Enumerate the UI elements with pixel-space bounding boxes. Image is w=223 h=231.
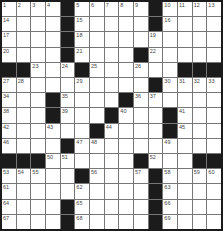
black-cell-r8c4 <box>46 108 60 122</box>
grid-cell-r15c10[interactable] <box>134 215 148 229</box>
grid-cell-r12c3[interactable]: 55 <box>31 169 45 183</box>
grid-cell-r11c13[interactable] <box>178 154 192 168</box>
grid-cell-r11c9[interactable] <box>119 154 133 168</box>
grid-cell-r13c9[interactable] <box>119 184 133 198</box>
grid-cell-r4c4[interactable] <box>46 48 60 62</box>
clue-number-25: 25 <box>91 63 97 69</box>
grid-cell-r10c2[interactable] <box>17 139 31 153</box>
grid-cell-r1c13[interactable]: 11 <box>178 2 192 16</box>
clue-number-58: 58 <box>164 169 170 175</box>
clue-number-7: 7 <box>106 2 109 8</box>
grid-cell-r4c11[interactable]: 22 <box>149 48 163 62</box>
grid-cell-r8c15[interactable] <box>207 108 221 122</box>
clue-number-11: 11 <box>179 2 185 8</box>
grid-cell-r9c2[interactable] <box>17 124 31 138</box>
grid-cell-r4c6[interactable]: 21 <box>75 48 89 62</box>
clue-number-66: 66 <box>164 200 170 206</box>
grid-cell-r1c12[interactable]: 10 <box>163 2 177 16</box>
clue-number-59: 59 <box>194 169 200 175</box>
grid-cell-r7c10[interactable]: 36 <box>134 93 148 107</box>
clue-number-56: 56 <box>91 169 97 175</box>
grid-cell-r3c11[interactable]: 19 <box>149 32 163 46</box>
grid-cell-r14c12[interactable]: 66 <box>163 200 177 214</box>
grid-cell-r12c4[interactable] <box>46 169 60 183</box>
grid-cell-r12c14[interactable]: 59 <box>193 169 207 183</box>
grid-cell-r4c2[interactable] <box>17 48 31 62</box>
grid-cell-r12c15[interactable]: 60 <box>207 169 221 183</box>
black-cell-r4c5 <box>61 48 75 62</box>
grid-cell-r8c13[interactable]: 41 <box>178 108 192 122</box>
clue-number-39: 39 <box>62 108 68 114</box>
grid-cell-r13c8[interactable] <box>105 184 119 198</box>
clue-number-37: 37 <box>150 93 156 99</box>
clue-number-9: 9 <box>135 2 138 8</box>
grid-cell-r7c12[interactable] <box>163 93 177 107</box>
grid-cell-r6c9[interactable] <box>119 78 133 92</box>
grid-cell-r13c5[interactable] <box>61 184 75 198</box>
grid-cell-r12c13[interactable] <box>178 169 192 183</box>
grid-cell-r8c11[interactable] <box>149 108 163 122</box>
grid-cell-r13c2[interactable] <box>17 184 31 198</box>
black-cell-r14c5 <box>61 200 75 214</box>
clue-number-53: 53 <box>3 169 9 175</box>
grid-cell-r14c13[interactable] <box>178 200 192 214</box>
grid-cell-r12c10[interactable]: 57 <box>134 169 148 183</box>
grid-cell-r2c13[interactable] <box>178 17 192 31</box>
grid-cell-r3c7[interactable] <box>90 32 104 46</box>
grid-cell-r8c1[interactable]: 38 <box>2 108 16 122</box>
grid-cell-r3c3[interactable] <box>31 32 45 46</box>
grid-cell-r2c8[interactable] <box>105 17 119 31</box>
grid-cell-r3c6[interactable]: 18 <box>75 32 89 46</box>
grid-cell-r1c14[interactable]: 12 <box>193 2 207 16</box>
clue-number-61: 61 <box>3 184 9 190</box>
black-cell-r11c1 <box>2 154 16 168</box>
clue-number-21: 21 <box>76 48 82 54</box>
grid-cell-r2c4[interactable] <box>46 17 60 31</box>
grid-cell-r15c3[interactable] <box>31 215 45 229</box>
black-cell-r1c5 <box>61 2 75 16</box>
grid-cell-r8c14[interactable] <box>193 108 207 122</box>
grid-cell-r15c4[interactable] <box>46 215 60 229</box>
clue-number-26: 26 <box>135 63 141 69</box>
grid-cell-r10c14[interactable] <box>193 139 207 153</box>
grid-cell-r6c10[interactable] <box>134 78 148 92</box>
grid-cell-r7c3[interactable] <box>31 93 45 107</box>
clue-number-1: 1 <box>3 2 6 8</box>
black-cell-r10c5 <box>61 139 75 153</box>
grid-cell-r6c13[interactable]: 31 <box>178 78 192 92</box>
crossword-grid: 1234567891011121314151617181920212223242… <box>0 0 223 231</box>
clue-number-47: 47 <box>76 139 82 145</box>
clue-number-15: 15 <box>76 17 82 23</box>
grid-cell-r3c15[interactable] <box>207 32 221 46</box>
grid-cell-r14c2[interactable] <box>17 200 31 214</box>
grid-cell-r12c8[interactable] <box>105 169 119 183</box>
grid-cell-r1c6[interactable]: 5 <box>75 2 89 16</box>
grid-cell-r3c9[interactable] <box>119 32 133 46</box>
clue-number-29: 29 <box>76 78 82 84</box>
grid-cell-r7c13[interactable] <box>178 93 192 107</box>
clue-number-52: 52 <box>150 154 156 160</box>
black-cell-r15c5 <box>61 215 75 229</box>
clue-number-55: 55 <box>32 169 38 175</box>
clue-number-12: 12 <box>194 2 200 8</box>
black-cell-r12c11 <box>149 169 163 183</box>
grid-cell-r4c9[interactable] <box>119 48 133 62</box>
grid-cell-r5c3[interactable]: 23 <box>31 63 45 77</box>
grid-cell-r9c4[interactable]: 43 <box>46 124 60 138</box>
grid-cell-r5c8[interactable] <box>105 63 119 77</box>
grid-cell-r11c11[interactable]: 52 <box>149 154 163 168</box>
grid-cell-r10c10[interactable] <box>134 139 148 153</box>
grid-cell-r7c8[interactable] <box>105 93 119 107</box>
grid-cell-r9c9[interactable] <box>119 124 133 138</box>
clue-number-63: 63 <box>164 184 170 190</box>
black-cell-r3c5 <box>61 32 75 46</box>
black-cell-r11c10 <box>134 154 148 168</box>
black-cell-r9c7 <box>90 124 104 138</box>
clue-number-13: 13 <box>208 2 214 8</box>
grid-cell-r1c7[interactable]: 6 <box>90 2 104 16</box>
grid-cell-r10c15[interactable] <box>207 139 221 153</box>
clue-number-31: 31 <box>179 78 185 84</box>
clue-number-19: 19 <box>150 32 156 38</box>
grid-cell-r1c1[interactable]: 1 <box>2 2 16 16</box>
grid-cell-r15c14[interactable] <box>193 215 207 229</box>
grid-cell-r14c15[interactable] <box>207 200 221 214</box>
grid-cell-r1c4[interactable]: 4 <box>46 2 60 16</box>
grid-cell-r4c15[interactable] <box>207 48 221 62</box>
grid-cell-r10c12[interactable]: 49 <box>163 139 177 153</box>
clue-number-2: 2 <box>18 2 21 8</box>
grid-cell-r9c5[interactable] <box>61 124 75 138</box>
clue-number-3: 3 <box>32 2 35 8</box>
grid-cell-r11c4[interactable]: 50 <box>46 154 60 168</box>
grid-cell-r6c6[interactable]: 29 <box>75 78 89 92</box>
clue-number-60: 60 <box>208 169 214 175</box>
clue-number-50: 50 <box>47 154 53 160</box>
clue-number-28: 28 <box>18 78 24 84</box>
clue-number-46: 46 <box>3 139 9 145</box>
black-cell-r7c9 <box>119 93 133 107</box>
grid-cell-r2c2[interactable] <box>17 17 31 31</box>
clue-number-40: 40 <box>120 108 126 114</box>
black-cell-r5c6 <box>75 63 89 77</box>
grid-cell-r9c3[interactable] <box>31 124 45 138</box>
clue-number-34: 34 <box>3 93 9 99</box>
clue-number-65: 65 <box>76 200 82 206</box>
grid-cell-r8c2[interactable] <box>17 108 31 122</box>
grid-cell-r11c8[interactable] <box>105 154 119 168</box>
grid-cell-r13c6[interactable]: 62 <box>75 184 89 198</box>
grid-cell-r9c6[interactable] <box>75 124 89 138</box>
grid-cell-r13c7[interactable] <box>90 184 104 198</box>
clue-number-8: 8 <box>120 2 123 8</box>
grid-cell-r6c1[interactable]: 27 <box>2 78 16 92</box>
grid-cell-r3c10[interactable] <box>134 32 148 46</box>
clue-number-57: 57 <box>135 169 141 175</box>
grid-cell-r2c6[interactable]: 15 <box>75 17 89 31</box>
clue-number-30: 30 <box>164 78 170 84</box>
black-cell-r11c3 <box>31 154 45 168</box>
clue-number-22: 22 <box>150 48 156 54</box>
grid-cell-r9c11[interactable] <box>149 124 163 138</box>
grid-cell-r8c6[interactable] <box>75 108 89 122</box>
grid-cell-r3c14[interactable] <box>193 32 207 46</box>
grid-cell-r13c15[interactable] <box>207 184 221 198</box>
grid-cell-r13c13[interactable] <box>178 184 192 198</box>
grid-cell-r9c1[interactable]: 42 <box>2 124 16 138</box>
grid-cell-r14c4[interactable] <box>46 200 60 214</box>
black-cell-r5c15 <box>207 63 221 77</box>
black-cell-r7c4 <box>46 93 60 107</box>
grid-cell-r15c6[interactable]: 68 <box>75 215 89 229</box>
clue-number-69: 69 <box>164 215 170 221</box>
grid-cell-r12c2[interactable]: 54 <box>17 169 31 183</box>
clue-number-54: 54 <box>18 169 24 175</box>
grid-cell-r9c14[interactable] <box>193 124 207 138</box>
grid-cell-r11c12[interactable] <box>163 154 177 168</box>
grid-cell-r4c1[interactable]: 20 <box>2 48 16 62</box>
clue-number-35: 35 <box>62 93 68 99</box>
grid-cell-r4c7[interactable] <box>90 48 104 62</box>
grid-cell-r8c9[interactable]: 40 <box>119 108 133 122</box>
grid-cell-r13c3[interactable] <box>31 184 45 198</box>
clue-number-33: 33 <box>208 78 214 84</box>
grid-cell-r3c12[interactable] <box>163 32 177 46</box>
clue-number-32: 32 <box>194 78 200 84</box>
black-cell-r4c10 <box>134 48 148 62</box>
grid-cell-r5c12[interactable] <box>163 63 177 77</box>
grid-cell-r2c3[interactable] <box>31 17 45 31</box>
grid-cell-r5c9[interactable] <box>119 63 133 77</box>
black-cell-r8c12 <box>163 108 177 122</box>
grid-cell-r14c6[interactable]: 65 <box>75 200 89 214</box>
black-cell-r11c15 <box>207 154 221 168</box>
clue-number-43: 43 <box>47 124 53 130</box>
grid-cell-r10c3[interactable] <box>31 139 45 153</box>
grid-cell-r15c13[interactable] <box>178 215 192 229</box>
grid-cell-r4c14[interactable] <box>193 48 207 62</box>
grid-cell-r6c2[interactable]: 28 <box>17 78 31 92</box>
grid-cell-r9c8[interactable]: 44 <box>105 124 119 138</box>
grid-cell-r8c10[interactable] <box>134 108 148 122</box>
grid-cell-r3c1[interactable]: 17 <box>2 32 16 46</box>
clue-number-45: 45 <box>179 124 185 130</box>
grid-cell-r2c10[interactable] <box>134 17 148 31</box>
clue-number-10: 10 <box>164 2 170 8</box>
grid-cell-r11c6[interactable] <box>75 154 89 168</box>
grid-cell-r15c12[interactable]: 69 <box>163 215 177 229</box>
grid-cell-r1c15[interactable]: 13 <box>207 2 221 16</box>
grid-cell-r10c1[interactable]: 46 <box>2 139 16 153</box>
grid-cell-r12c9[interactable] <box>119 169 133 183</box>
grid-cell-r7c2[interactable] <box>17 93 31 107</box>
grid-cell-r5c4[interactable] <box>46 63 60 77</box>
clue-number-49: 49 <box>164 139 170 145</box>
grid-cell-r5c10[interactable]: 26 <box>134 63 148 77</box>
grid-cell-r10c9[interactable] <box>119 139 133 153</box>
clue-number-68: 68 <box>76 215 82 221</box>
grid-cell-r6c12[interactable]: 30 <box>163 78 177 92</box>
black-cell-r12c6 <box>75 169 89 183</box>
black-cell-r2c5 <box>61 17 75 31</box>
grid-cell-r7c6[interactable] <box>75 93 89 107</box>
clue-number-5: 5 <box>76 2 79 8</box>
grid-cell-r9c10[interactable] <box>134 124 148 138</box>
grid-cell-r15c9[interactable] <box>119 215 133 229</box>
black-cell-r5c14 <box>193 63 207 77</box>
grid-cell-r13c10[interactable] <box>134 184 148 198</box>
clue-number-48: 48 <box>91 139 97 145</box>
grid-cell-r15c8[interactable] <box>105 215 119 229</box>
grid-cell-r3c2[interactable] <box>17 32 31 46</box>
grid-cell-r12c1[interactable]: 53 <box>2 169 16 183</box>
grid-cell-r8c5[interactable]: 39 <box>61 108 75 122</box>
grid-cell-r10c11[interactable] <box>149 139 163 153</box>
clue-number-6: 6 <box>91 2 94 8</box>
grid-cell-r2c7[interactable] <box>90 17 104 31</box>
grid-cell-r4c3[interactable] <box>31 48 45 62</box>
grid-cell-r10c13[interactable] <box>178 139 192 153</box>
grid-cell-r5c11[interactable] <box>149 63 163 77</box>
clue-number-42: 42 <box>3 124 9 130</box>
grid-cell-r7c7[interactable] <box>90 93 104 107</box>
grid-cell-r10c6[interactable]: 47 <box>75 139 89 153</box>
grid-cell-r6c15[interactable]: 33 <box>207 78 221 92</box>
black-cell-r1c11 <box>149 2 163 16</box>
grid-cell-r4c12[interactable] <box>163 48 177 62</box>
grid-cell-r10c4[interactable] <box>46 139 60 153</box>
black-cell-r5c2 <box>17 63 31 77</box>
grid-cell-r2c9[interactable] <box>119 17 133 31</box>
black-cell-r5c1 <box>2 63 16 77</box>
clue-number-41: 41 <box>179 108 185 114</box>
clue-number-14: 14 <box>3 17 9 23</box>
grid-cell-r4c13[interactable] <box>178 48 192 62</box>
black-cell-r11c2 <box>17 154 31 168</box>
grid-cell-r9c13[interactable]: 45 <box>178 124 192 138</box>
grid-cell-r5c7[interactable]: 25 <box>90 63 104 77</box>
black-cell-r8c8 <box>105 108 119 122</box>
grid-cell-r14c9[interactable] <box>119 200 133 214</box>
grid-cell-r15c7[interactable] <box>90 215 104 229</box>
grid-cell-r3c13[interactable] <box>178 32 192 46</box>
clue-number-23: 23 <box>32 63 38 69</box>
clue-number-17: 17 <box>3 32 9 38</box>
grid-cell-r12c5[interactable] <box>61 169 75 183</box>
grid-cell-r2c12[interactable]: 16 <box>163 17 177 31</box>
grid-cell-r12c12[interactable]: 58 <box>163 169 177 183</box>
clue-number-36: 36 <box>135 93 141 99</box>
grid-cell-r3c4[interactable] <box>46 32 60 46</box>
black-cell-r6c11 <box>149 78 163 92</box>
clue-number-51: 51 <box>62 154 68 160</box>
grid-cell-r14c8[interactable] <box>105 200 119 214</box>
grid-cell-r4c8[interactable] <box>105 48 119 62</box>
grid-cell-r13c1[interactable]: 61 <box>2 184 16 198</box>
clue-number-38: 38 <box>3 108 9 114</box>
clue-number-64: 64 <box>3 200 9 206</box>
grid-cell-r14c1[interactable]: 64 <box>2 200 16 214</box>
clue-number-16: 16 <box>164 17 170 23</box>
grid-cell-r6c5[interactable] <box>61 78 75 92</box>
grid-cell-r1c2[interactable]: 2 <box>17 2 31 16</box>
grid-cell-r2c1[interactable]: 14 <box>2 17 16 31</box>
grid-cell-r8c3[interactable] <box>31 108 45 122</box>
black-cell-r14c11 <box>149 200 163 214</box>
black-cell-r13c11 <box>149 184 163 198</box>
grid-cell-r14c10[interactable] <box>134 200 148 214</box>
grid-cell-r6c4[interactable] <box>46 78 60 92</box>
grid-cell-r8c7[interactable] <box>90 108 104 122</box>
grid-cell-r1c8[interactable]: 7 <box>105 2 119 16</box>
grid-cell-r5c5[interactable]: 24 <box>61 63 75 77</box>
grid-cell-r13c12[interactable]: 63 <box>163 184 177 198</box>
clue-number-4: 4 <box>47 2 50 8</box>
black-cell-r2c11 <box>149 17 163 31</box>
grid-cell-r14c3[interactable] <box>31 200 45 214</box>
grid-cell-r7c11[interactable]: 37 <box>149 93 163 107</box>
grid-cell-r11c7[interactable] <box>90 154 104 168</box>
clue-number-24: 24 <box>62 63 68 69</box>
grid-cell-r10c7[interactable]: 48 <box>90 139 104 153</box>
grid-cell-r11c5[interactable]: 51 <box>61 154 75 168</box>
grid-cell-r14c14[interactable] <box>193 200 207 214</box>
grid-cell-r12c7[interactable]: 56 <box>90 169 104 183</box>
grid-cell-r7c15[interactable] <box>207 93 221 107</box>
grid-cell-r1c10[interactable]: 9 <box>134 2 148 16</box>
black-cell-r15c11 <box>149 215 163 229</box>
grid-cell-r6c7[interactable] <box>90 78 104 92</box>
grid-cell-r15c1[interactable]: 67 <box>2 215 16 229</box>
clue-number-62: 62 <box>76 184 82 190</box>
grid-cell-r15c2[interactable] <box>17 215 31 229</box>
grid-cell-r13c14[interactable] <box>193 184 207 198</box>
clue-number-27: 27 <box>3 78 9 84</box>
grid-cell-r1c9[interactable]: 8 <box>119 2 133 16</box>
clue-number-67: 67 <box>3 215 9 221</box>
grid-cell-r7c1[interactable]: 34 <box>2 93 16 107</box>
grid-cell-r9c15[interactable] <box>207 124 221 138</box>
grid-cell-r3c8[interactable] <box>105 32 119 46</box>
grid-cell-r13c4[interactable] <box>46 184 60 198</box>
grid-cell-r2c14[interactable] <box>193 17 207 31</box>
grid-cell-r7c14[interactable] <box>193 93 207 107</box>
grid-cell-r6c8[interactable] <box>105 78 119 92</box>
grid-cell-r14c7[interactable] <box>90 200 104 214</box>
grid-cell-r2c15[interactable] <box>207 17 221 31</box>
clue-number-20: 20 <box>3 48 9 54</box>
grid-cell-r7c5[interactable]: 35 <box>61 93 75 107</box>
grid-cell-r15c15[interactable] <box>207 215 221 229</box>
clue-number-18: 18 <box>76 32 82 38</box>
grid-cell-r1c3[interactable]: 3 <box>31 2 45 16</box>
black-cell-r11c14 <box>193 154 207 168</box>
black-cell-r5c13 <box>178 63 192 77</box>
grid-cell-r6c3[interactable] <box>31 78 45 92</box>
grid-cell-r6c14[interactable]: 32 <box>193 78 207 92</box>
grid-cell-r10c8[interactable] <box>105 139 119 153</box>
black-cell-r9c12 <box>163 124 177 138</box>
clue-number-44: 44 <box>106 124 112 130</box>
